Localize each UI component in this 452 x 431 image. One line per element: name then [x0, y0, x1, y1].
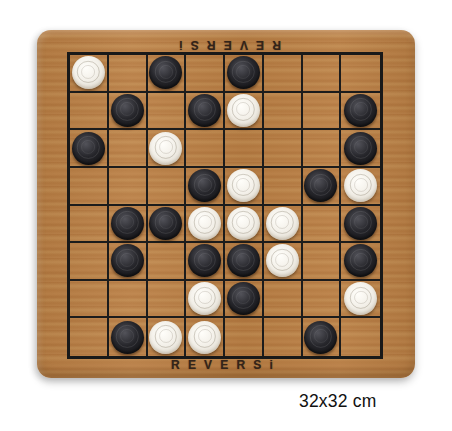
disc-white[interactable] [266, 244, 299, 277]
disc-black[interactable] [344, 132, 377, 165]
cell-e4[interactable] [225, 168, 264, 206]
cell-d7[interactable] [186, 281, 225, 319]
cell-c2[interactable] [148, 93, 187, 131]
disc-black[interactable] [227, 56, 260, 89]
cell-d2[interactable] [186, 93, 225, 131]
cell-c3[interactable] [148, 130, 187, 168]
disc-white[interactable] [188, 321, 221, 354]
cell-a5[interactable] [70, 206, 109, 244]
disc-black[interactable] [304, 321, 337, 354]
cell-c4[interactable] [148, 168, 187, 206]
disc-black[interactable] [344, 94, 377, 127]
cell-a4[interactable] [70, 168, 109, 206]
cell-d5[interactable] [186, 206, 225, 244]
cell-e8[interactable] [225, 318, 264, 356]
cell-f7[interactable] [264, 281, 303, 319]
cell-g2[interactable] [303, 93, 342, 131]
disc-black[interactable] [227, 282, 260, 315]
cell-g5[interactable] [303, 206, 342, 244]
disc-black[interactable] [149, 207, 182, 240]
disc-black[interactable] [227, 244, 260, 277]
disc-black[interactable] [188, 169, 221, 202]
disc-black[interactable] [72, 132, 105, 165]
cell-g8[interactable] [303, 318, 342, 356]
cell-a1[interactable] [70, 55, 109, 93]
cell-d3[interactable] [186, 130, 225, 168]
cell-e3[interactable] [225, 130, 264, 168]
cell-a3[interactable] [70, 130, 109, 168]
cell-b3[interactable] [109, 130, 148, 168]
cell-f4[interactable] [264, 168, 303, 206]
disc-white[interactable] [227, 94, 260, 127]
cell-c6[interactable] [148, 243, 187, 281]
disc-black[interactable] [111, 321, 144, 354]
cell-f1[interactable] [264, 55, 303, 93]
board-title-bottom: REVERSi [37, 358, 415, 372]
cell-f6[interactable] [264, 243, 303, 281]
cell-g6[interactable] [303, 243, 342, 281]
cell-a2[interactable] [70, 93, 109, 131]
cell-g1[interactable] [303, 55, 342, 93]
cell-d4[interactable] [186, 168, 225, 206]
cell-f3[interactable] [264, 130, 303, 168]
disc-white[interactable] [266, 207, 299, 240]
cell-b2[interactable] [109, 93, 148, 131]
board-title-top: REVERSi [37, 38, 415, 52]
cell-g3[interactable] [303, 130, 342, 168]
disc-black[interactable] [188, 94, 221, 127]
disc-white[interactable] [149, 132, 182, 165]
cell-e7[interactable] [225, 281, 264, 319]
cell-h5[interactable] [341, 206, 380, 244]
cell-c5[interactable] [148, 206, 187, 244]
cell-b7[interactable] [109, 281, 148, 319]
cell-g7[interactable] [303, 281, 342, 319]
disc-white[interactable] [188, 282, 221, 315]
cell-h6[interactable] [341, 243, 380, 281]
disc-black[interactable] [344, 207, 377, 240]
disc-black[interactable] [188, 244, 221, 277]
cell-a8[interactable] [70, 318, 109, 356]
cell-d1[interactable] [186, 55, 225, 93]
disc-black[interactable] [111, 207, 144, 240]
cell-e6[interactable] [225, 243, 264, 281]
cell-e1[interactable] [225, 55, 264, 93]
cell-b8[interactable] [109, 318, 148, 356]
cell-h1[interactable] [341, 55, 380, 93]
cell-d6[interactable] [186, 243, 225, 281]
cell-b1[interactable] [109, 55, 148, 93]
disc-white[interactable] [344, 169, 377, 202]
cell-f5[interactable] [264, 206, 303, 244]
disc-black[interactable] [149, 56, 182, 89]
disc-black[interactable] [344, 244, 377, 277]
cell-a7[interactable] [70, 281, 109, 319]
cell-f8[interactable] [264, 318, 303, 356]
disc-black[interactable] [304, 169, 337, 202]
cell-b5[interactable] [109, 206, 148, 244]
disc-white[interactable] [227, 169, 260, 202]
cell-e5[interactable] [225, 206, 264, 244]
disc-white[interactable] [72, 56, 105, 89]
cell-h3[interactable] [341, 130, 380, 168]
cell-c7[interactable] [148, 281, 187, 319]
disc-white[interactable] [344, 282, 377, 315]
cell-g4[interactable] [303, 168, 342, 206]
disc-black[interactable] [111, 244, 144, 277]
disc-white[interactable] [188, 207, 221, 240]
cell-h7[interactable] [341, 281, 380, 319]
cell-b4[interactable] [109, 168, 148, 206]
cell-d8[interactable] [186, 318, 225, 356]
cell-h2[interactable] [341, 93, 380, 131]
reversi-board: REVERSi REVERSi [37, 30, 415, 378]
board-grid [67, 52, 383, 359]
disc-white[interactable] [227, 207, 260, 240]
disc-white[interactable] [149, 321, 182, 354]
cell-a6[interactable] [70, 243, 109, 281]
cell-f2[interactable] [264, 93, 303, 131]
cell-b6[interactable] [109, 243, 148, 281]
size-caption: 32x32 cm [299, 391, 376, 412]
disc-black[interactable] [111, 94, 144, 127]
cell-h4[interactable] [341, 168, 380, 206]
cell-h8[interactable] [341, 318, 380, 356]
cell-e2[interactable] [225, 93, 264, 131]
cell-c8[interactable] [148, 318, 187, 356]
cell-c1[interactable] [148, 55, 187, 93]
